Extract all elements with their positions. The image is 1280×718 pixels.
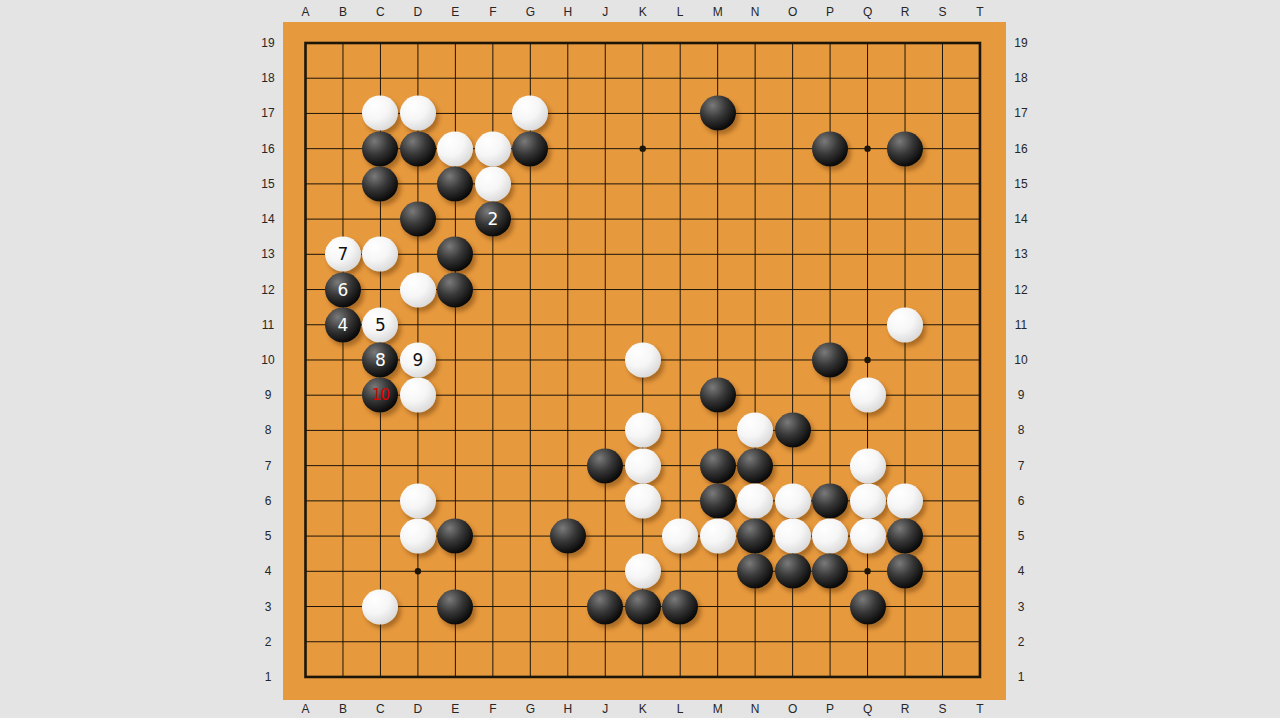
col-label-top-M: M xyxy=(713,5,723,19)
stone-K4 xyxy=(625,554,661,589)
col-label-bottom-B: B xyxy=(339,702,347,716)
row-label-left-18: 18 xyxy=(261,71,274,85)
stone-F14: 2 xyxy=(475,202,511,237)
stone-N6 xyxy=(737,483,773,518)
col-label-bottom-L: L xyxy=(677,702,684,716)
col-label-bottom-E: E xyxy=(451,702,459,716)
row-label-right-10: 10 xyxy=(1014,353,1027,367)
stone-D12 xyxy=(400,272,436,307)
row-label-right-19: 19 xyxy=(1014,36,1027,50)
star-point-Q10 xyxy=(864,357,870,363)
stone-E13 xyxy=(437,237,473,272)
row-label-right-8: 8 xyxy=(1018,423,1025,437)
row-label-right-16: 16 xyxy=(1014,142,1027,156)
stone-R4 xyxy=(887,554,923,589)
row-label-right-7: 7 xyxy=(1018,459,1025,473)
stone-E12 xyxy=(437,272,473,307)
col-label-top-H: H xyxy=(563,5,572,19)
stone-E5 xyxy=(437,519,473,554)
star-point-Q4 xyxy=(864,568,870,574)
move-number-B13: 7 xyxy=(338,246,349,263)
stone-D10: 9 xyxy=(400,342,436,377)
col-label-top-O: O xyxy=(788,5,797,19)
row-label-left-1: 1 xyxy=(265,670,272,684)
stone-Q7 xyxy=(850,448,886,483)
stone-G17 xyxy=(512,96,548,131)
move-number-C9: 10 xyxy=(372,388,389,403)
move-number-D10: 9 xyxy=(412,351,423,368)
stone-P5 xyxy=(812,519,848,554)
stone-H5 xyxy=(550,519,586,554)
col-label-top-A: A xyxy=(301,5,309,19)
stone-N5 xyxy=(737,519,773,554)
go-board[interactable]: 276458910 xyxy=(283,22,1006,700)
row-label-right-15: 15 xyxy=(1014,177,1027,191)
row-label-right-3: 3 xyxy=(1018,600,1025,614)
stone-O4 xyxy=(775,554,811,589)
stone-E3 xyxy=(437,589,473,624)
stone-D9 xyxy=(400,378,436,413)
row-label-left-5: 5 xyxy=(265,529,272,543)
stone-E16 xyxy=(437,131,473,166)
stone-Q5 xyxy=(850,519,886,554)
row-label-left-6: 6 xyxy=(265,494,272,508)
stone-C11: 5 xyxy=(362,307,398,342)
stone-L3 xyxy=(662,589,698,624)
stone-D6 xyxy=(400,483,436,518)
col-label-bottom-A: A xyxy=(301,702,309,716)
stone-C16 xyxy=(362,131,398,166)
row-label-left-8: 8 xyxy=(265,423,272,437)
stone-P10 xyxy=(812,342,848,377)
row-label-right-11: 11 xyxy=(1015,318,1027,332)
stone-P4 xyxy=(812,554,848,589)
stone-Q6 xyxy=(850,483,886,518)
stone-R16 xyxy=(887,131,923,166)
stone-P6 xyxy=(812,483,848,518)
row-label-right-6: 6 xyxy=(1018,494,1025,508)
stone-K8 xyxy=(625,413,661,448)
col-label-bottom-G: G xyxy=(526,702,535,716)
stone-C13 xyxy=(362,237,398,272)
col-label-bottom-M: M xyxy=(713,702,723,716)
col-label-bottom-D: D xyxy=(414,702,423,716)
col-label-top-B: B xyxy=(339,5,347,19)
col-label-top-D: D xyxy=(414,5,423,19)
row-label-right-17: 17 xyxy=(1014,106,1027,120)
stone-C9: 10 xyxy=(362,378,398,413)
stone-N4 xyxy=(737,554,773,589)
col-label-bottom-J: J xyxy=(602,702,608,716)
col-label-top-P: P xyxy=(826,5,834,19)
stone-P16 xyxy=(812,131,848,166)
move-number-F14: 2 xyxy=(487,211,498,228)
row-label-left-12: 12 xyxy=(261,283,274,297)
row-label-left-9: 9 xyxy=(265,388,272,402)
go-replay-screen: 276458910 AABBCCDDEEFFGGHHJJKKLLMMNNOOPP… xyxy=(0,0,1280,718)
col-label-top-S: S xyxy=(938,5,946,19)
stone-Q3 xyxy=(850,589,886,624)
row-label-right-14: 14 xyxy=(1014,212,1027,226)
stone-C10: 8 xyxy=(362,342,398,377)
stone-F16 xyxy=(475,131,511,166)
stone-M9 xyxy=(700,378,736,413)
stone-M6 xyxy=(700,483,736,518)
stone-R6 xyxy=(887,483,923,518)
stone-L5 xyxy=(662,519,698,554)
col-label-top-N: N xyxy=(751,5,760,19)
col-label-bottom-C: C xyxy=(376,702,385,716)
stone-M5 xyxy=(700,519,736,554)
row-label-left-3: 3 xyxy=(265,600,272,614)
col-label-bottom-Q: Q xyxy=(863,702,872,716)
row-label-right-9: 9 xyxy=(1018,388,1025,402)
star-point-D4 xyxy=(415,568,421,574)
stone-D17 xyxy=(400,96,436,131)
row-label-left-16: 16 xyxy=(261,142,274,156)
stone-K3 xyxy=(625,589,661,624)
col-label-top-J: J xyxy=(602,5,608,19)
stone-K10 xyxy=(625,342,661,377)
col-label-top-G: G xyxy=(526,5,535,19)
stone-J3 xyxy=(587,589,623,624)
row-label-right-18: 18 xyxy=(1014,71,1027,85)
row-label-right-13: 13 xyxy=(1014,247,1027,261)
move-number-B11: 4 xyxy=(338,316,349,333)
stone-D16 xyxy=(400,131,436,166)
stone-B12: 6 xyxy=(325,272,361,307)
row-label-left-19: 19 xyxy=(261,36,274,50)
col-label-bottom-R: R xyxy=(901,702,910,716)
col-label-bottom-F: F xyxy=(489,702,496,716)
col-label-bottom-O: O xyxy=(788,702,797,716)
stone-O8 xyxy=(775,413,811,448)
stone-M17 xyxy=(700,96,736,131)
move-number-C10: 8 xyxy=(375,351,386,368)
stone-K7 xyxy=(625,448,661,483)
col-label-bottom-S: S xyxy=(938,702,946,716)
stone-N7 xyxy=(737,448,773,483)
col-label-bottom-P: P xyxy=(826,702,834,716)
row-label-left-4: 4 xyxy=(265,564,272,578)
col-label-top-E: E xyxy=(451,5,459,19)
stone-G16 xyxy=(512,131,548,166)
stone-J7 xyxy=(587,448,623,483)
row-label-left-15: 15 xyxy=(261,177,274,191)
row-label-right-4: 4 xyxy=(1018,564,1025,578)
stone-R5 xyxy=(887,519,923,554)
col-label-bottom-K: K xyxy=(639,702,647,716)
stone-O6 xyxy=(775,483,811,518)
col-label-top-K: K xyxy=(639,5,647,19)
star-point-Q16 xyxy=(864,145,870,151)
stone-O5 xyxy=(775,519,811,554)
stone-M7 xyxy=(700,448,736,483)
stone-B11: 4 xyxy=(325,307,361,342)
col-label-bottom-N: N xyxy=(751,702,760,716)
stone-B13: 7 xyxy=(325,237,361,272)
row-label-left-11: 11 xyxy=(262,318,274,332)
stone-D14 xyxy=(400,202,436,237)
row-label-left-13: 13 xyxy=(261,247,274,261)
row-label-right-12: 12 xyxy=(1014,283,1027,297)
col-label-bottom-T: T xyxy=(976,702,983,716)
row-label-left-2: 2 xyxy=(265,635,272,649)
stone-C3 xyxy=(362,589,398,624)
col-label-top-C: C xyxy=(376,5,385,19)
row-label-right-1: 1 xyxy=(1018,670,1025,684)
row-label-right-2: 2 xyxy=(1018,635,1025,649)
stone-E15 xyxy=(437,166,473,201)
stone-D5 xyxy=(400,519,436,554)
col-label-top-F: F xyxy=(489,5,496,19)
stone-R11 xyxy=(887,307,923,342)
stone-C15 xyxy=(362,166,398,201)
row-label-left-10: 10 xyxy=(261,353,274,367)
move-number-B12: 6 xyxy=(338,281,349,298)
row-label-left-7: 7 xyxy=(265,459,272,473)
row-label-left-14: 14 xyxy=(261,212,274,226)
stone-C17 xyxy=(362,96,398,131)
col-label-bottom-H: H xyxy=(563,702,572,716)
stone-F15 xyxy=(475,166,511,201)
col-label-top-R: R xyxy=(901,5,910,19)
row-label-right-5: 5 xyxy=(1018,529,1025,543)
row-label-left-17: 17 xyxy=(261,106,274,120)
stone-K6 xyxy=(625,483,661,518)
stone-N8 xyxy=(737,413,773,448)
col-label-top-L: L xyxy=(677,5,684,19)
col-label-top-T: T xyxy=(976,5,983,19)
star-point-K16 xyxy=(640,145,646,151)
col-label-top-Q: Q xyxy=(863,5,872,19)
move-number-C11: 5 xyxy=(375,316,386,333)
stone-Q9 xyxy=(850,378,886,413)
